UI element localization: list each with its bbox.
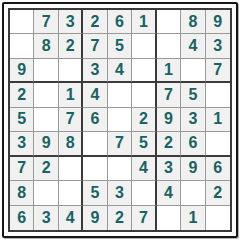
sudoku-cell-r6c6[interactable]: 5: [132, 132, 156, 156]
sudoku-cell-r6c9[interactable]: [206, 132, 230, 156]
sudoku-cell-r3c4[interactable]: 3: [83, 59, 107, 83]
sudoku-cell-r3c5[interactable]: 4: [108, 59, 132, 83]
sudoku-cell-r5c9[interactable]: 1: [206, 108, 230, 132]
sudoku-cell-r1c4[interactable]: 2: [83, 10, 107, 34]
sudoku-cell-r5c8[interactable]: 3: [181, 108, 205, 132]
sudoku-cell-r9c8[interactable]: 1: [181, 206, 205, 230]
sudoku-cell-r4c1[interactable]: 2: [10, 83, 34, 107]
sudoku-cell-r9c6[interactable]: 7: [132, 206, 156, 230]
sudoku-cell-r6c8[interactable]: 6: [181, 132, 205, 156]
sudoku-cell-r7c5[interactable]: [108, 157, 132, 181]
sudoku-cell-r7c8[interactable]: 9: [181, 157, 205, 181]
sudoku-cell-r4c2[interactable]: [34, 83, 58, 107]
sudoku-cell-r7c6[interactable]: 4: [132, 157, 156, 181]
sudoku-cell-r1c7[interactable]: [157, 10, 181, 34]
sudoku-cell-r8c6[interactable]: [132, 181, 156, 205]
sudoku-cell-r7c3[interactable]: [59, 157, 83, 181]
sudoku-cell-r8c8[interactable]: [181, 181, 205, 205]
sudoku-page: 7326189827543934172147557629313987526724…: [0, 0, 240, 240]
sudoku-cell-r5c1[interactable]: 5: [10, 108, 34, 132]
sudoku-cell-r2c3[interactable]: 2: [59, 34, 83, 58]
sudoku-cell-r6c4[interactable]: [83, 132, 107, 156]
sudoku-cell-r2c4[interactable]: 7: [83, 34, 107, 58]
sudoku-cell-r3c9[interactable]: 7: [206, 59, 230, 83]
sudoku-cell-r9c1[interactable]: 6: [10, 206, 34, 230]
sudoku-cell-r5c5[interactable]: [108, 108, 132, 132]
sudoku-cell-r7c7[interactable]: 3: [157, 157, 181, 181]
sudoku-cell-r1c2[interactable]: 7: [34, 10, 58, 34]
sudoku-cell-r9c5[interactable]: 2: [108, 206, 132, 230]
sudoku-cell-r8c2[interactable]: [34, 181, 58, 205]
sudoku-cell-r3c7[interactable]: 1: [157, 59, 181, 83]
sudoku-cell-r5c3[interactable]: 7: [59, 108, 83, 132]
sudoku-cell-r2c2[interactable]: 8: [34, 34, 58, 58]
sudoku-cell-r4c3[interactable]: 1: [59, 83, 83, 107]
sudoku-cell-r3c1[interactable]: 9: [10, 59, 34, 83]
sudoku-cell-r8c1[interactable]: 8: [10, 181, 34, 205]
sudoku-cell-r7c1[interactable]: 7: [10, 157, 34, 181]
sudoku-cell-r4c5[interactable]: [108, 83, 132, 107]
sudoku-cell-r9c7[interactable]: [157, 206, 181, 230]
sudoku-cell-r9c4[interactable]: 9: [83, 206, 107, 230]
sudoku-cell-r5c7[interactable]: 9: [157, 108, 181, 132]
sudoku-cell-r3c2[interactable]: [34, 59, 58, 83]
sudoku-cell-r1c5[interactable]: 6: [108, 10, 132, 34]
sudoku-cell-r9c9[interactable]: [206, 206, 230, 230]
sudoku-cell-r2c9[interactable]: 3: [206, 34, 230, 58]
sudoku-cell-r6c3[interactable]: 8: [59, 132, 83, 156]
sudoku-cell-r7c9[interactable]: 6: [206, 157, 230, 181]
sudoku-cell-r2c6[interactable]: [132, 34, 156, 58]
sudoku-cell-r4c7[interactable]: 7: [157, 83, 181, 107]
sudoku-cell-r1c8[interactable]: 8: [181, 10, 205, 34]
sudoku-cell-r3c6[interactable]: [132, 59, 156, 83]
sudoku-cell-r2c1[interactable]: [10, 34, 34, 58]
sudoku-cell-r4c8[interactable]: 5: [181, 83, 205, 107]
sudoku-cell-r4c4[interactable]: 4: [83, 83, 107, 107]
sudoku-cell-r3c3[interactable]: [59, 59, 83, 83]
sudoku-cell-r4c9[interactable]: [206, 83, 230, 107]
sudoku-cell-r2c5[interactable]: 5: [108, 34, 132, 58]
sudoku-cell-r4c6[interactable]: [132, 83, 156, 107]
sudoku-cell-r1c3[interactable]: 3: [59, 10, 83, 34]
sudoku-cell-r6c5[interactable]: 7: [108, 132, 132, 156]
sudoku-cell-r6c1[interactable]: 3: [10, 132, 34, 156]
sudoku-cell-r1c9[interactable]: 9: [206, 10, 230, 34]
sudoku-cell-r6c2[interactable]: 9: [34, 132, 58, 156]
sudoku-cell-r5c4[interactable]: 6: [83, 108, 107, 132]
sudoku-cell-r8c9[interactable]: 2: [206, 181, 230, 205]
sudoku-cell-r1c1[interactable]: [10, 10, 34, 34]
sudoku-cell-r8c3[interactable]: [59, 181, 83, 205]
sudoku-cell-r5c2[interactable]: [34, 108, 58, 132]
sudoku-cell-r9c2[interactable]: 3: [34, 206, 58, 230]
sudoku-cell-r8c4[interactable]: 5: [83, 181, 107, 205]
sudoku-cell-r3c8[interactable]: [181, 59, 205, 83]
sudoku-cell-r7c2[interactable]: 2: [34, 157, 58, 181]
sudoku-cell-r6c7[interactable]: 2: [157, 132, 181, 156]
sudoku-cell-r5c6[interactable]: 2: [132, 108, 156, 132]
sudoku-board: 7326189827543934172147557629313987526724…: [8, 8, 232, 232]
sudoku-cell-r2c7[interactable]: [157, 34, 181, 58]
sudoku-cell-r7c4[interactable]: [83, 157, 107, 181]
sudoku-cell-r2c8[interactable]: 4: [181, 34, 205, 58]
sudoku-cell-r9c3[interactable]: 4: [59, 206, 83, 230]
sudoku-cell-r8c7[interactable]: 4: [157, 181, 181, 205]
sudoku-cell-r8c5[interactable]: 3: [108, 181, 132, 205]
sudoku-cell-r1c6[interactable]: 1: [132, 10, 156, 34]
